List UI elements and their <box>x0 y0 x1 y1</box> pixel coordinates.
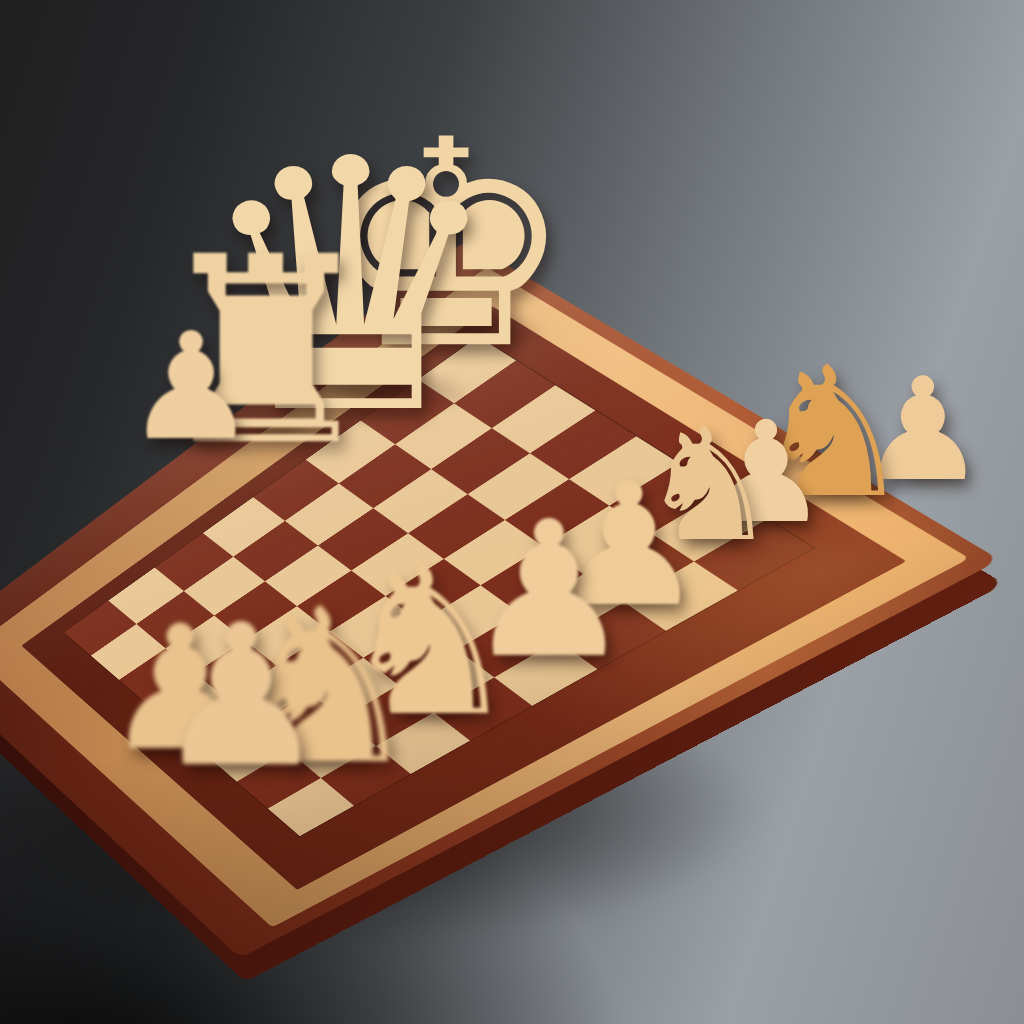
pieces-layer: ♚♛♜♟♟♞♟♞♟♟♞♟♞♟ <box>0 0 1024 1024</box>
piece-b2-pawn[interactable]: ♟ <box>153 598 329 794</box>
photo-stage: ♚♛♜♟♟♞♟♞♟♟♞♟♞♟ <box>0 0 1024 1024</box>
piece-c7-pawn[interactable]: ♟ <box>125 313 258 461</box>
